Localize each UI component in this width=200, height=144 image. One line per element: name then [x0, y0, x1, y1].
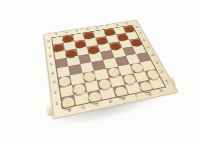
square-f6[interactable]: ● [108, 41, 122, 50]
square-b2[interactable]: ● [72, 82, 87, 95]
square-a7[interactable]: ● [52, 43, 65, 52]
square-a1[interactable]: ● [60, 95, 76, 109]
square-b6[interactable]: ● [65, 48, 78, 58]
white-piece[interactable]: ● [87, 90, 103, 103]
white-piece[interactable]: ● [113, 85, 129, 97]
square-d6[interactable]: ● [87, 45, 100, 54]
dark-piece[interactable]: ● [74, 39, 87, 47]
square-b8[interactable]: ● [62, 34, 74, 43]
dark-piece[interactable]: ● [65, 48, 78, 57]
dark-piece[interactable]: ● [52, 43, 64, 52]
square-c1[interactable]: ● [87, 90, 103, 103]
white-piece[interactable]: ● [57, 75, 71, 86]
white-piece[interactable]: ● [60, 95, 76, 108]
dark-piece[interactable]: ● [87, 45, 100, 54]
product-photo-scene: abcdefgh8●●●●87●●●●76●●●●655443●●●●32●●●… [0, 0, 200, 144]
square-a3[interactable]: ● [57, 75, 71, 87]
dark-piece[interactable]: ● [108, 41, 122, 50]
white-piece[interactable]: ● [72, 82, 87, 94]
dark-piece[interactable]: ● [62, 34, 74, 42]
